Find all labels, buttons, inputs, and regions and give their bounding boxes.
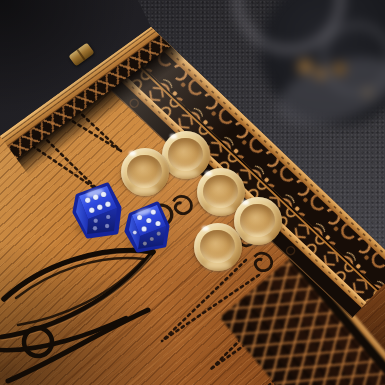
checker-dish: [200, 230, 235, 264]
hinge-pin-groove: [76, 49, 85, 61]
checker-dish: [127, 155, 162, 189]
checker-specular: [170, 134, 178, 139]
checker[interactable]: [121, 148, 169, 196]
bokeh-dot: [363, 88, 372, 97]
backgammon-photo-scene: [0, 0, 385, 385]
bokeh-dot: [298, 60, 312, 73]
bokeh-dot: [315, 68, 326, 79]
checker-glow: [205, 261, 231, 270]
checker-specular: [202, 226, 210, 231]
bokeh-dot: [333, 63, 346, 75]
checker[interactable]: [194, 223, 242, 271]
checker-glow: [245, 235, 271, 244]
checker-dish: [168, 138, 203, 172]
checker-glow: [208, 206, 234, 215]
checker[interactable]: [234, 197, 282, 245]
checker-specular: [205, 171, 213, 176]
checker-glow: [132, 186, 158, 195]
checker-dish: [240, 204, 275, 238]
checker-dish: [203, 175, 238, 209]
checker-specular: [129, 151, 137, 156]
checker-specular: [242, 200, 250, 205]
checker-glow: [173, 169, 199, 178]
die[interactable]: [70, 181, 126, 241]
die[interactable]: [123, 197, 175, 253]
